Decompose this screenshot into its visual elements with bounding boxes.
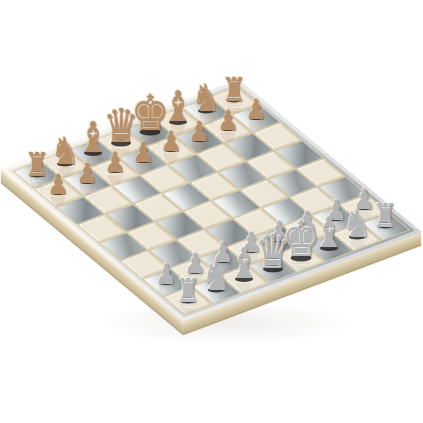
wood-pawn-icon: ♟ <box>217 107 238 135</box>
silver-knight-icon: ♞ <box>343 205 372 243</box>
wood-knight-icon: ♞ <box>50 132 79 170</box>
wood-pawn-icon: ♟ <box>132 139 153 167</box>
wood-pawn-icon: ♟ <box>76 160 97 188</box>
wood-pawn-icon: ♟ <box>48 171 69 199</box>
chess-set-photo: ♜♜♞♞♝♝♛♛♚♚♝♝♞♞♜♜♟♟♟♟♟♟♟♟♟♟♟♟♟♟♟♟♟♟♟♟♟♟♟♟… <box>0 0 423 423</box>
silver-bishop-icon: ♝ <box>228 243 260 285</box>
silver-knight-icon: ♞ <box>202 258 231 296</box>
silver-rook-icon: ♜ <box>373 199 398 232</box>
silver-rook-icon: ♜ <box>175 274 200 307</box>
wood-pawn-icon: ♟ <box>245 96 266 124</box>
wood-knight-icon: ♞ <box>191 79 220 117</box>
wood-pawn-icon: ♟ <box>160 128 181 156</box>
chessboard: ♜♜♞♞♝♝♛♛♚♚♝♝♞♞♜♜♟♟♟♟♟♟♟♟♟♟♟♟♟♟♟♟♟♟♟♟♟♟♟♟… <box>0 0 423 423</box>
wood-rook-icon: ♜ <box>222 73 247 106</box>
wood-pawn-icon: ♟ <box>104 149 125 177</box>
wood-rook-icon: ♜ <box>24 148 49 181</box>
wood-pawn-icon: ♟ <box>189 118 210 146</box>
silver-pawn-icon: ♟ <box>156 261 177 289</box>
